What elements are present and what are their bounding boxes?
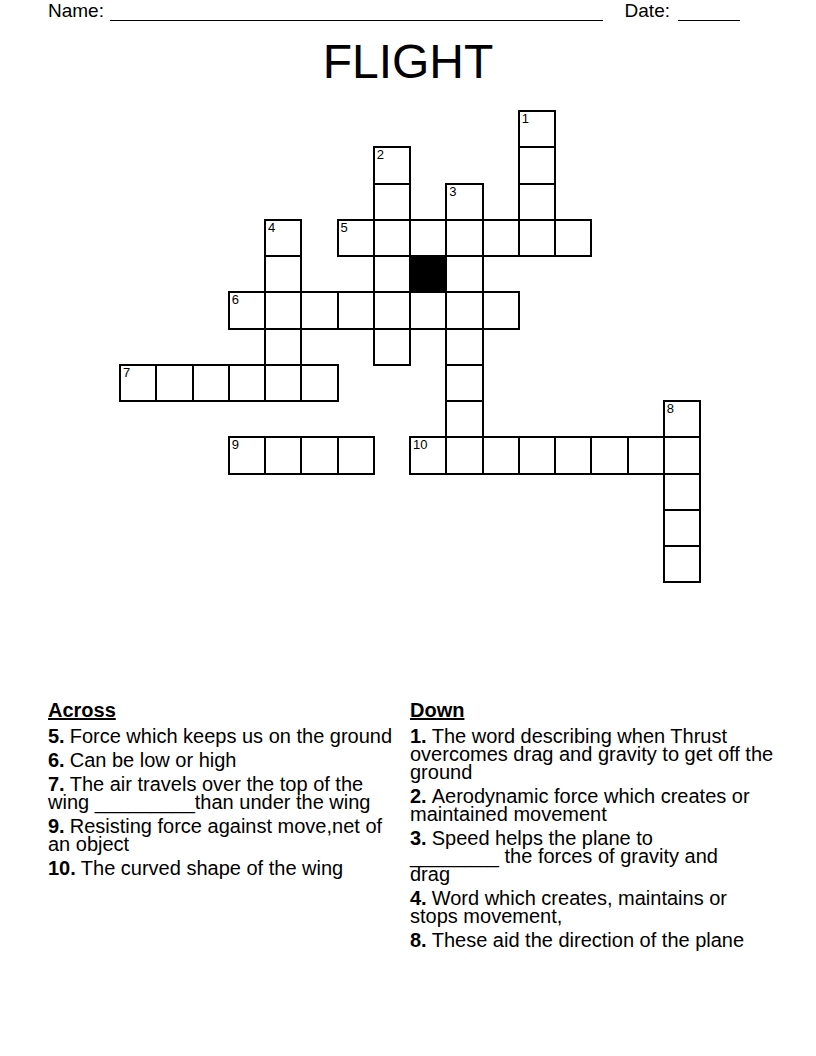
cell-r7c9[interactable] xyxy=(445,364,483,402)
cell-r6c7[interactable] xyxy=(373,328,411,366)
cell-r2c11[interactable] xyxy=(518,183,556,221)
cell-r2c7[interactable] xyxy=(373,183,411,221)
cell-r7c4[interactable] xyxy=(264,364,302,402)
down-clues-section: Down 1.The word describing when Thrust o… xyxy=(410,701,790,955)
cell-r5c6[interactable] xyxy=(337,291,375,329)
cell-r9c15[interactable] xyxy=(663,436,701,474)
black-cell xyxy=(409,255,447,293)
cell-number: 5 xyxy=(339,221,373,234)
clue-down-4: 4.Word which creates, maintains or stops… xyxy=(410,889,790,925)
puzzle-title: FLIGHT xyxy=(0,36,816,88)
cell-r1c11[interactable] xyxy=(518,146,556,184)
cell-r3c10[interactable] xyxy=(482,219,520,257)
cell-r12c15[interactable] xyxy=(663,545,701,583)
clue-down-2: 2.Aerodynamic force which creates or mai… xyxy=(410,787,790,823)
cell-r4c4[interactable] xyxy=(264,255,302,293)
name-date-row: Name: Date: xyxy=(48,0,740,21)
cell-r9c11[interactable] xyxy=(518,436,556,474)
cell-r4c9[interactable] xyxy=(445,255,483,293)
cell-r10c15[interactable] xyxy=(663,473,701,511)
cell-r11c15[interactable] xyxy=(663,509,701,547)
cell-r9c12[interactable] xyxy=(554,436,592,474)
cell-r9c14[interactable] xyxy=(627,436,665,474)
cell-number: 8 xyxy=(665,402,699,415)
cell-r9c10[interactable] xyxy=(482,436,520,474)
cell-r7c1[interactable] xyxy=(155,364,193,402)
cell-r6c9[interactable] xyxy=(445,328,483,366)
crossword-grid: 12345678910 xyxy=(119,110,701,583)
cell-r5c7[interactable] xyxy=(373,291,411,329)
cell-r7c2[interactable] xyxy=(192,364,230,402)
clue-number: 10. xyxy=(48,857,76,879)
cell-r1c7[interactable]: 2 xyxy=(373,146,411,184)
name-label: Name: xyxy=(48,0,104,21)
name-line[interactable] xyxy=(110,1,603,21)
clue-across-10: 10.The curved shape of the wing xyxy=(48,859,410,877)
cell-r3c4[interactable]: 4 xyxy=(264,219,302,257)
clue-text: These aid the direction of the plane xyxy=(432,929,744,951)
clue-down-3: 3.Speed helps the plane to ________ the … xyxy=(410,829,790,883)
cell-r8c9[interactable] xyxy=(445,400,483,438)
cell-number: 1 xyxy=(520,112,554,125)
down-header: Down xyxy=(410,701,790,719)
clue-text: The word describing when Thrust overcome… xyxy=(410,725,773,783)
cell-r7c5[interactable] xyxy=(300,364,338,402)
cell-r5c5[interactable] xyxy=(300,291,338,329)
cell-r3c12[interactable] xyxy=(554,219,592,257)
clue-down-8: 8.These aid the direction of the plane xyxy=(410,931,790,949)
cell-r7c0[interactable]: 7 xyxy=(119,364,157,402)
cell-r3c9[interactable] xyxy=(445,219,483,257)
cell-r3c6[interactable]: 5 xyxy=(337,219,375,257)
cell-r5c10[interactable] xyxy=(482,291,520,329)
cell-r5c4[interactable] xyxy=(264,291,302,329)
clue-number: 6. xyxy=(48,749,65,771)
cell-r5c8[interactable] xyxy=(409,291,447,329)
clue-text: The curved shape of the wing xyxy=(81,857,343,879)
cell-number: 7 xyxy=(121,366,155,379)
clue-across-7: 7.The air travels over the top of the wi… xyxy=(48,775,410,811)
cell-r7c3[interactable] xyxy=(228,364,266,402)
cell-r9c4[interactable] xyxy=(264,436,302,474)
date-line[interactable] xyxy=(678,1,740,21)
clue-text: The air travels over the top of the wing… xyxy=(48,773,370,813)
cell-number: 6 xyxy=(230,293,264,306)
cell-r9c9[interactable] xyxy=(445,436,483,474)
cell-r2c9[interactable]: 3 xyxy=(445,183,483,221)
cell-r8c15[interactable]: 8 xyxy=(663,400,701,438)
cell-r6c4[interactable] xyxy=(264,328,302,366)
cell-r9c6[interactable] xyxy=(337,436,375,474)
date-label: Date: xyxy=(625,0,670,21)
cell-r4c7[interactable] xyxy=(373,255,411,293)
cell-number: 4 xyxy=(266,221,300,234)
clue-text: Force which keeps us on the ground xyxy=(70,725,392,747)
cell-r9c5[interactable] xyxy=(300,436,338,474)
cell-r5c9[interactable] xyxy=(445,291,483,329)
clue-text: Can be low or high xyxy=(70,749,237,771)
cell-r9c8[interactable]: 10 xyxy=(409,436,447,474)
cell-r3c7[interactable] xyxy=(373,219,411,257)
cell-r9c3[interactable]: 9 xyxy=(228,436,266,474)
cell-number: 9 xyxy=(230,438,264,451)
cell-r5c3[interactable]: 6 xyxy=(228,291,266,329)
across-header: Across xyxy=(48,701,410,719)
clue-text: Word which creates, maintains or stops m… xyxy=(410,887,727,927)
clue-text: Aerodynamic force which creates or maint… xyxy=(410,785,750,825)
clue-number: 5. xyxy=(48,725,65,747)
cell-number: 10 xyxy=(411,438,445,451)
clue-across-5: 5.Force which keeps us on the ground xyxy=(48,727,410,745)
clue-across-6: 6.Can be low or high xyxy=(48,751,410,769)
cell-r3c11[interactable] xyxy=(518,219,556,257)
clue-text: Speed helps the plane to ________ the fo… xyxy=(410,827,718,885)
clue-number: 8. xyxy=(410,929,427,951)
crossword-worksheet: Name: Date: FLIGHT 12345678910 Across 5.… xyxy=(0,0,816,1056)
cell-number: 3 xyxy=(447,185,481,198)
cell-r0c11[interactable]: 1 xyxy=(518,110,556,148)
clue-down-1: 1.The word describing when Thrust overco… xyxy=(410,727,790,781)
cell-r3c8[interactable] xyxy=(409,219,447,257)
cell-number: 2 xyxy=(375,148,409,161)
clue-across-9: 9.Resisting force against move,net of an… xyxy=(48,817,410,853)
cell-r9c13[interactable] xyxy=(590,436,628,474)
across-clues-section: Across 5.Force which keeps us on the gro… xyxy=(48,701,410,883)
clue-text: Resisting force against move,net of an o… xyxy=(48,815,382,855)
